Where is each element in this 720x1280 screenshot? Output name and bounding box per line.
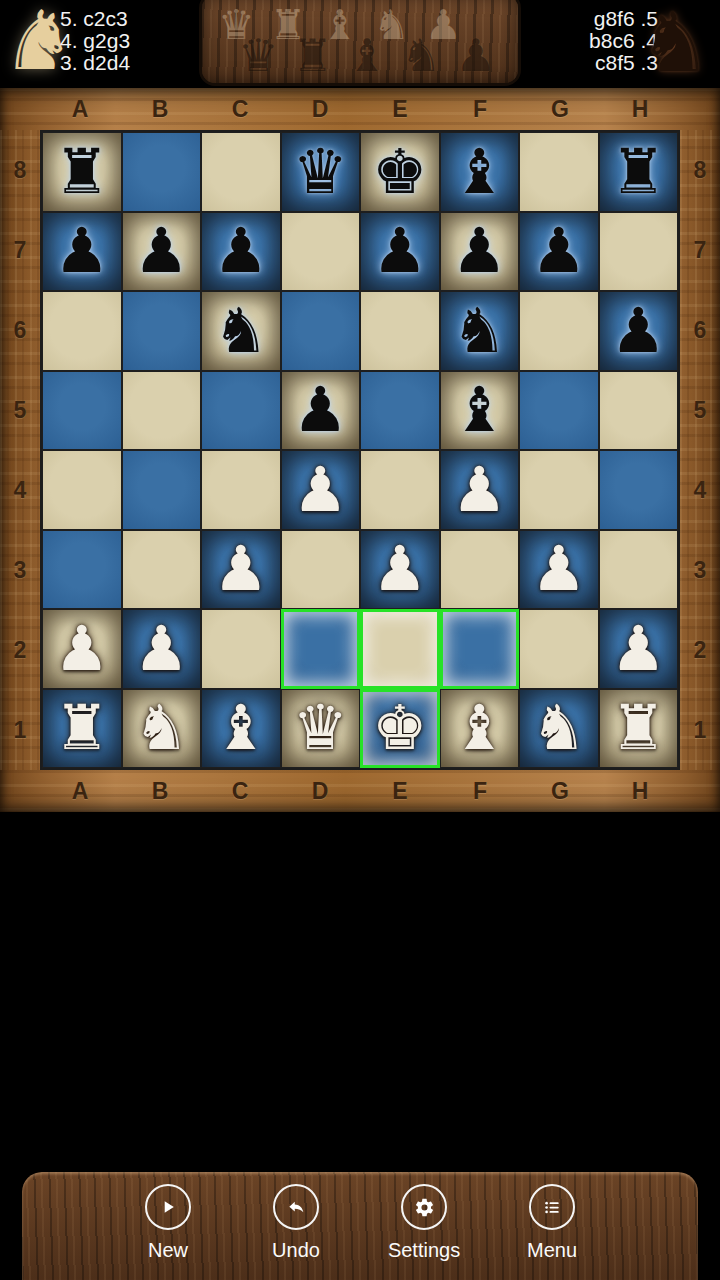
square-b7[interactable]: ♟ [122,212,202,292]
white-move-entry: 3. d2d4 [60,52,130,74]
white-king: ♚ [372,697,428,759]
square-c6[interactable]: ♞ [201,291,281,371]
file-label: C [200,88,280,130]
empty-area [0,812,720,1172]
square-d7[interactable] [281,212,361,292]
white-pawn: ♟ [531,538,587,600]
settings-button-label: Settings [388,1239,460,1262]
white-rook: ♜ [610,697,666,759]
black-pawn: ♟ [292,379,348,441]
rank-label: 5 [0,370,40,450]
rank-label: 8 [680,130,720,210]
black-rook: ♜ [610,141,666,203]
rank-label: 4 [680,450,720,530]
square-a2[interactable]: ♟ [42,609,122,689]
white-bishop: ♝ [213,697,269,759]
square-d2[interactable] [281,609,361,689]
white-pawn: ♟ [372,538,428,600]
square-h8[interactable]: ♜ [599,132,679,212]
square-a3[interactable] [42,530,122,610]
rank-label: 4 [0,450,40,530]
black-knight-icon: ♞ [638,2,712,84]
ghost-bishop-icon: ♝ [347,33,387,78]
square-h5[interactable] [599,371,679,451]
file-label: E [360,770,440,812]
square-c8[interactable] [201,132,281,212]
rank-label: 7 [680,210,720,290]
square-b6[interactable] [122,291,202,371]
square-g6[interactable] [519,291,599,371]
square-h2[interactable]: ♟ [599,609,679,689]
square-h1[interactable]: ♜ [599,689,679,769]
square-h4[interactable] [599,450,679,530]
square-e8[interactable]: ♚ [360,132,440,212]
white-knight: ♞ [531,697,587,759]
black-knight: ♞ [213,300,269,362]
file-label: G [520,88,600,130]
square-g8[interactable] [519,132,599,212]
rank-label: 1 [680,690,720,770]
square-a4[interactable] [42,450,122,530]
square-c5[interactable] [201,371,281,451]
captured-pieces-tray: ♛♜♝♞♟ ♛♜♝♞♟ [199,0,521,86]
file-label: A [40,88,120,130]
square-c1[interactable]: ♝ [201,689,281,769]
file-label: H [600,770,680,812]
undo-icon [273,1184,319,1230]
rank-label: 1 [0,690,40,770]
undo-button-label: Undo [272,1239,320,1262]
square-f8[interactable]: ♝ [440,132,520,212]
square-b8[interactable] [122,132,202,212]
rank-label: 8 [0,130,40,210]
black-rook: ♜ [54,141,110,203]
square-f3[interactable] [440,530,520,610]
white-rook: ♜ [54,697,110,759]
ghost-pawn-icon: ♟ [455,33,495,78]
white-pawn: ♟ [213,538,269,600]
bottom-toolbar: New Undo Settings [22,1172,698,1280]
square-g7[interactable]: ♟ [519,212,599,292]
new-button-label: New [148,1239,188,1262]
square-e1[interactable]: ♚ [360,689,440,769]
app-screen: ♞ 5. c2c34. g2g33. d2d4 ♛♜♝♞♟ ♛♜♝♞♟ g8f6… [0,0,720,1280]
square-h6[interactable]: ♟ [599,291,679,371]
list-icon [529,1184,575,1230]
black-pawn: ♟ [213,220,269,282]
square-d6[interactable] [281,291,361,371]
file-label: G [520,770,600,812]
file-label: F [440,88,520,130]
square-d4[interactable]: ♟ [281,450,361,530]
square-f5[interactable]: ♝ [440,371,520,451]
rank-labels-left: 87654321 [0,130,40,770]
square-c4[interactable] [201,450,281,530]
board-grid: ♜♛♚♝♜♟♟♟♟♟♟♞♞♟♟♝♟♟♟♟♟♟♟♟♜♞♝♛♚♝♞♜ [40,130,680,770]
top-bar: ♞ 5. c2c34. g2g33. d2d4 ♛♜♝♞♟ ♛♜♝♞♟ g8f6… [0,0,720,88]
white-bishop: ♝ [451,697,507,759]
file-labels-bottom: ABCDEFGH [40,770,680,812]
black-pawn: ♟ [133,220,189,282]
file-label: D [280,770,360,812]
square-a1[interactable]: ♜ [42,689,122,769]
white-move-history: 5. c2c34. g2g33. d2d4 [60,8,130,74]
file-labels-top: ABCDEFGH [40,88,680,130]
rank-label: 6 [0,290,40,370]
black-pawn: ♟ [610,300,666,362]
rank-label: 5 [680,370,720,450]
rank-label: 2 [0,610,40,690]
rank-label: 2 [680,610,720,690]
square-d3[interactable] [281,530,361,610]
black-pawn: ♟ [531,220,587,282]
white-pawn: ♟ [451,459,507,521]
white-move-entry: 4. g2g3 [60,30,130,52]
black-bishop: ♝ [451,141,507,203]
square-d8[interactable]: ♛ [281,132,361,212]
file-label: D [280,88,360,130]
square-c2[interactable] [201,609,281,689]
rank-label: 7 [0,210,40,290]
file-label: A [40,770,120,812]
square-a6[interactable] [42,291,122,371]
file-label: C [200,770,280,812]
new-button[interactable]: New [132,1184,204,1280]
square-b5[interactable] [122,371,202,451]
square-e2[interactable] [360,609,440,689]
rank-label: 6 [680,290,720,370]
file-label: H [600,88,680,130]
ghost-knight-icon: ♞ [401,33,441,78]
square-e7[interactable]: ♟ [360,212,440,292]
square-g4[interactable] [519,450,599,530]
square-e6[interactable] [360,291,440,371]
ghost-rook-icon: ♜ [292,33,332,78]
square-f2[interactable] [440,609,520,689]
square-f6[interactable]: ♞ [440,291,520,371]
black-knight: ♞ [451,300,507,362]
white-pawn: ♟ [292,459,348,521]
black-pawn: ♟ [372,220,428,282]
rank-label: 3 [0,530,40,610]
square-c3[interactable]: ♟ [201,530,281,610]
square-e5[interactable] [360,371,440,451]
rank-labels-right: 87654321 [680,130,720,770]
square-a7[interactable]: ♟ [42,212,122,292]
square-b4[interactable] [122,450,202,530]
undo-button[interactable]: Undo [260,1184,332,1280]
ghost-queen-icon: ♛ [238,33,278,78]
white-pawn: ♟ [133,618,189,680]
square-d1[interactable]: ♛ [281,689,361,769]
square-f7[interactable]: ♟ [440,212,520,292]
square-e4[interactable] [360,450,440,530]
file-label: E [360,88,440,130]
square-d5[interactable]: ♟ [281,371,361,451]
play-icon [145,1184,191,1230]
tray-ghost-row-black: ♛♜♝♞♟ [202,33,496,78]
square-g2[interactable] [519,609,599,689]
square-e3[interactable]: ♟ [360,530,440,610]
square-b1[interactable]: ♞ [122,689,202,769]
black-king: ♚ [372,141,428,203]
gear-icon [401,1184,447,1230]
white-pawn: ♟ [54,618,110,680]
white-pawn: ♟ [610,618,666,680]
square-g5[interactable] [519,371,599,451]
square-a5[interactable] [42,371,122,451]
white-knight: ♞ [133,697,189,759]
menu-button-label: Menu [527,1239,577,1262]
settings-button[interactable]: Settings [388,1184,460,1280]
file-label: B [120,770,200,812]
black-pawn: ♟ [451,220,507,282]
black-pawn: ♟ [54,220,110,282]
square-g1[interactable]: ♞ [519,689,599,769]
square-h7[interactable] [599,212,679,292]
square-c7[interactable]: ♟ [201,212,281,292]
rank-label: 3 [680,530,720,610]
white-move-entry: 5. c2c3 [60,8,130,30]
square-a8[interactable]: ♜ [42,132,122,212]
square-f1[interactable]: ♝ [440,689,520,769]
file-label: B [120,88,200,130]
square-g3[interactable]: ♟ [519,530,599,610]
white-queen: ♛ [292,697,348,759]
black-queen: ♛ [292,141,348,203]
square-b3[interactable] [122,530,202,610]
menu-button[interactable]: Menu [516,1184,588,1280]
file-label: F [440,770,520,812]
black-bishop: ♝ [451,379,507,441]
square-f4[interactable]: ♟ [440,450,520,530]
chess-board: ABCDEFGH 87654321 ♜♛♚♝♜♟♟♟♟♟♟♞♞♟♟♝♟♟♟♟♟♟… [0,88,720,812]
square-b2[interactable]: ♟ [122,609,202,689]
square-h3[interactable] [599,530,679,610]
